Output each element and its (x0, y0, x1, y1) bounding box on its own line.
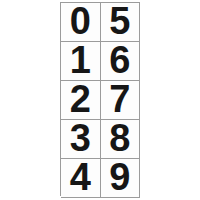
grid-cell: 0 (61, 3, 101, 42)
digit-label: 0 (70, 2, 91, 40)
grid-cell: 3 (61, 120, 101, 159)
grid-cell: 9 (101, 159, 141, 198)
digit-grid: 0 5 1 6 2 7 3 8 4 9 (60, 2, 140, 196)
digit-label: 9 (109, 158, 130, 196)
digit-label: 5 (109, 2, 130, 40)
grid-cell: 2 (61, 81, 101, 120)
grid-cell: 4 (61, 159, 101, 198)
digit-label: 3 (70, 119, 91, 157)
grid-cell: 6 (101, 42, 141, 81)
digit-label: 6 (109, 41, 130, 79)
digit-label: 1 (70, 41, 91, 79)
grid-cell: 1 (61, 42, 101, 81)
digit-label: 4 (70, 158, 91, 196)
digit-label: 8 (109, 119, 130, 157)
digit-label: 7 (109, 80, 130, 118)
grid-cell: 8 (101, 120, 141, 159)
grid-cell: 7 (101, 81, 141, 120)
sticker-sheet: 0 5 1 6 2 7 3 8 4 9 (0, 0, 200, 200)
digit-label: 2 (70, 80, 91, 118)
grid-cell: 5 (101, 3, 141, 42)
